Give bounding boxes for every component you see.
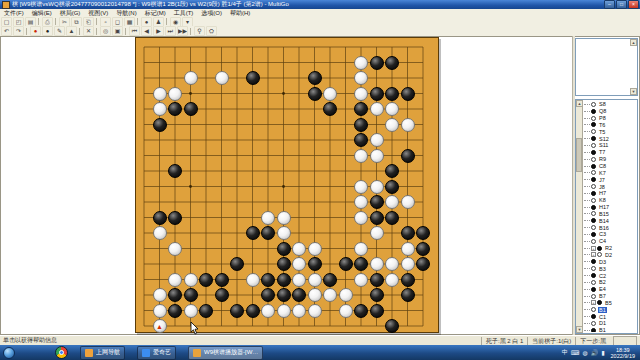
taskbar-button-label: W9棋谱播放器-[W…	[204, 348, 258, 357]
scroll-up-icon[interactable]: ▲	[630, 39, 637, 46]
black-stone-H17[interactable]	[246, 71, 260, 85]
status-bar: 单击以获得帮助信息 死子:黑 2 白 1当前棋子:1(白)下一步:黑	[0, 335, 640, 345]
menu-item[interactable]: 棋局(G)	[56, 9, 85, 17]
black-stone-E2[interactable]	[199, 304, 213, 318]
expander-icon[interactable]: +	[591, 252, 596, 257]
zoom-button[interactable]: ◉	[170, 17, 181, 27]
black-stone-D15[interactable]	[184, 102, 198, 116]
tray-icon[interactable]: ◍	[582, 349, 587, 356]
tree-connector	[584, 316, 590, 317]
move-node[interactable]: H7	[584, 190, 636, 197]
move-node[interactable]: T5	[584, 128, 636, 135]
move-label: P8	[598, 115, 607, 121]
white-stone-L6[interactable]	[292, 242, 306, 256]
move-node[interactable]: J8	[584, 183, 636, 190]
move-label: K7	[598, 170, 607, 176]
black-stone-P15[interactable]	[354, 102, 368, 116]
white-stone-L2[interactable]	[292, 304, 306, 318]
black-stone-icon	[591, 287, 596, 292]
white-stone-L5[interactable]	[292, 257, 306, 271]
red-dot-button[interactable]: ●	[30, 26, 41, 36]
move-label: D1	[598, 320, 607, 326]
pencil-button[interactable]: ✎	[54, 26, 65, 36]
status-segment: 下一步:黑	[575, 337, 610, 345]
black-stone-P13[interactable]	[354, 133, 368, 147]
white-stone-D17[interactable]	[184, 71, 198, 85]
tray-icon[interactable]: ▮	[601, 349, 604, 356]
white-stone-icon	[591, 225, 596, 230]
black-stone-H2[interactable]	[246, 304, 260, 318]
last-button[interactable]: ⏭	[165, 26, 176, 36]
tree-connector	[584, 138, 590, 139]
toolbar-separator	[79, 28, 80, 35]
white-stone-C6[interactable]	[168, 242, 182, 256]
black-stone-R16[interactable]	[385, 87, 399, 101]
board-13-button[interactable]: ◻	[112, 17, 123, 27]
white-stone-Q13[interactable]	[370, 133, 384, 147]
white-stone-P16[interactable]	[354, 87, 368, 101]
white-stone-O3[interactable]	[339, 288, 353, 302]
white-stone-Q10[interactable]	[370, 180, 384, 194]
black-stone-P5[interactable]	[354, 257, 368, 271]
scroll-down-icon[interactable]: ▼	[576, 326, 583, 333]
black-stone-Q2[interactable]	[370, 304, 384, 318]
go-board[interactable]: ▲	[135, 37, 439, 333]
white-stone-B7[interactable]	[153, 226, 167, 240]
black-stone-B14[interactable]	[153, 118, 167, 132]
move-node[interactable]: C4	[584, 238, 636, 245]
white-stone-M6[interactable]	[308, 242, 322, 256]
move-node[interactable]: S8	[584, 101, 636, 108]
white-stone-S9[interactable]	[401, 195, 415, 209]
white-stone-K8[interactable]	[277, 211, 291, 225]
white-stone-Q5[interactable]	[370, 257, 384, 271]
white-stone-R14[interactable]	[385, 118, 399, 132]
move-node[interactable]: B2	[584, 279, 636, 286]
black-stone-T6[interactable]	[416, 242, 430, 256]
move-label: B1	[598, 307, 607, 313]
move-node[interactable]: B7	[584, 293, 636, 300]
taskbar-button-label: 爱奇艺	[153, 348, 171, 357]
minimize-button[interactable]: –	[604, 0, 615, 9]
tree-connector	[584, 172, 590, 173]
auto-button[interactable]: ▶▶	[177, 26, 188, 36]
move-node[interactable]: K8	[584, 197, 636, 204]
move-node[interactable]: J7	[584, 176, 636, 183]
white-stone-N16[interactable]	[323, 87, 337, 101]
taskbar-button-icon	[85, 349, 93, 357]
move-label: B2	[598, 279, 607, 285]
tree-connector	[584, 179, 590, 180]
white-stone-icon	[591, 198, 596, 203]
tree-connector	[584, 166, 590, 167]
undo-button[interactable]: ↶	[1, 26, 12, 36]
expander-icon[interactable]: +	[591, 300, 596, 305]
tree-connector	[584, 104, 590, 105]
taskbar-button-label: 上网导航	[96, 348, 120, 357]
black-stone-S3[interactable]	[401, 288, 415, 302]
move-label: H7	[598, 190, 607, 196]
move-node[interactable]: +R2	[584, 245, 636, 252]
tree-connector	[584, 261, 590, 262]
black-stone-D3[interactable]	[184, 288, 198, 302]
tree-connector	[584, 131, 590, 132]
setup-button[interactable]: ♟	[153, 17, 164, 27]
circle-button[interactable]: ◎	[100, 26, 111, 36]
black-stone-icon	[591, 232, 596, 237]
menu-item[interactable]: 帮助(H)	[226, 9, 254, 17]
status-segment: 死子:黑 2 白 1	[481, 337, 527, 345]
move-node[interactable]: B1	[584, 306, 636, 313]
move-node[interactable]: C2	[584, 272, 636, 279]
black-stone-Q8[interactable]	[370, 211, 384, 225]
black-stone-C15[interactable]	[168, 102, 182, 116]
black-stone-N4[interactable]	[323, 273, 337, 287]
black-stone-C2[interactable]	[168, 304, 182, 318]
white-stone-C16[interactable]	[168, 87, 182, 101]
print-button[interactable]: ⎙	[42, 17, 53, 27]
tree-connector	[584, 207, 590, 208]
white-stone-F17[interactable]	[215, 71, 229, 85]
tree-connector	[584, 268, 590, 269]
black-stone-K6[interactable]	[277, 242, 291, 256]
menu-item[interactable]: 视图(V)	[84, 9, 112, 17]
move-node[interactable]: E4	[584, 286, 636, 293]
white-stone-icon	[591, 321, 596, 326]
black-stone-icon	[591, 109, 596, 114]
tray-icon[interactable]: 🔊	[591, 349, 599, 356]
white-stone-B2[interactable]	[153, 304, 167, 318]
black-stone-M5[interactable]	[308, 257, 322, 271]
white-stone-H4[interactable]	[246, 273, 260, 287]
taskbar-button[interactable]: W9棋谱播放器-[W…	[188, 346, 263, 360]
white-stone-icon	[591, 170, 596, 175]
white-stone-S6[interactable]	[401, 242, 415, 256]
black-stone-icon	[591, 314, 596, 319]
black-stone-M17[interactable]	[308, 71, 322, 85]
find-button[interactable]: ⚲	[194, 26, 205, 36]
black-stone-icon	[591, 191, 596, 196]
move-node[interactable]: S12	[584, 135, 636, 142]
dropdown-button[interactable]: ▾	[182, 17, 193, 27]
toolbar-separator	[96, 28, 97, 35]
black-stone-J4[interactable]	[261, 273, 275, 287]
move-node[interactable]: B16	[584, 224, 636, 231]
black-stone-R1[interactable]	[385, 319, 399, 333]
black-stone-G5[interactable]	[230, 257, 244, 271]
status-segment: 当前棋子:1(白)	[527, 337, 575, 345]
menu-item[interactable]: 文件(F)	[0, 9, 28, 17]
board-19-button[interactable]: ▦	[124, 17, 135, 27]
scroll-up-icon[interactable]: ▲	[576, 100, 583, 107]
white-stone-Q7[interactable]	[370, 226, 384, 240]
white-stone-P4[interactable]	[354, 273, 368, 287]
move-label: C4	[598, 238, 607, 244]
white-stone-M2[interactable]	[308, 304, 322, 318]
white-stone-P9[interactable]	[354, 195, 368, 209]
clock-date: 2022/9/19	[611, 353, 635, 359]
tree-connector	[584, 111, 590, 112]
move-node[interactable]: Q8	[584, 108, 636, 115]
board-9-button[interactable]: ▫	[100, 17, 111, 27]
white-stone-M3[interactable]	[308, 288, 322, 302]
black-stone-L3[interactable]	[292, 288, 306, 302]
next-button[interactable]: ▶	[153, 26, 164, 36]
black-stone-G2[interactable]	[230, 304, 244, 318]
app-icon	[2, 1, 10, 9]
tree-connector	[584, 124, 590, 125]
white-stone-icon	[591, 294, 596, 299]
taskbar-button[interactable]: 爱奇艺	[137, 346, 176, 360]
new-button[interactable]: ▢	[1, 17, 12, 27]
tray-icon[interactable]: 中	[562, 348, 568, 357]
taskbar-button[interactable]: 上网导航	[80, 346, 125, 360]
white-stone-B16[interactable]	[153, 87, 167, 101]
white-stone-P18[interactable]	[354, 56, 368, 70]
system-tray: 中⌨◍🔊▮	[562, 348, 608, 357]
black-stone-icon	[591, 218, 596, 223]
scrollbar-thumb[interactable]	[576, 138, 582, 172]
white-stone-J2[interactable]	[261, 304, 275, 318]
white-stone-P10[interactable]	[354, 180, 368, 194]
white-stone-S5[interactable]	[401, 257, 415, 271]
white-stone-B3[interactable]	[153, 288, 167, 302]
open-button[interactable]: ◰	[13, 17, 24, 27]
black-stone-T7[interactable]	[416, 226, 430, 240]
move-label: R9	[598, 156, 607, 162]
toolbar-separator	[55, 18, 56, 25]
move-label: E4	[598, 286, 607, 292]
move-label: B1	[598, 327, 607, 332]
move-list: S8Q8P8T6T5S12S11T7R9C8K7J7J8H7K8H17B15B1…	[584, 101, 636, 332]
menu-item[interactable]: 编辑(E)	[28, 9, 56, 17]
black-stone-icon	[591, 328, 596, 332]
white-stone-O2[interactable]	[339, 304, 353, 318]
redo-button[interactable]: ↷	[13, 26, 24, 36]
copy-button[interactable]: ⧉	[71, 17, 82, 27]
stone-tool-button[interactable]: ●	[141, 17, 152, 27]
tree-connector	[584, 118, 590, 119]
toolbar-separator	[96, 18, 97, 25]
white-stone-S14[interactable]	[401, 118, 415, 132]
black-stone-K5[interactable]	[277, 257, 291, 271]
move-label: C8	[598, 163, 607, 169]
black-stone-H7[interactable]	[246, 226, 260, 240]
white-stone-K2[interactable]	[277, 304, 291, 318]
move-label: J8	[598, 184, 606, 190]
tree-connector	[584, 193, 590, 194]
tree-connector	[584, 302, 590, 303]
white-stone-P8[interactable]	[354, 211, 368, 225]
move-label: D2	[604, 252, 613, 258]
white-stone-M4[interactable]	[308, 273, 322, 287]
move-label: S11	[598, 142, 609, 148]
white-stone-J8[interactable]	[261, 211, 275, 225]
move-node[interactable]: B3	[584, 265, 636, 272]
status-message: 单击以获得帮助信息	[0, 336, 481, 345]
white-stone-P6[interactable]	[354, 242, 368, 256]
move-label: B16	[598, 225, 610, 231]
tree-connector	[584, 213, 590, 214]
white-stone-icon	[591, 116, 596, 121]
black-stone-J3[interactable]	[261, 288, 275, 302]
tree-connector	[584, 254, 590, 255]
black-stone-Q18[interactable]	[370, 56, 384, 70]
black-stone-S12[interactable]	[401, 149, 415, 163]
expander-icon[interactable]: +	[591, 246, 596, 251]
mouse-cursor	[190, 321, 199, 339]
move-node[interactable]: B1	[584, 327, 636, 332]
move-node[interactable]: P8	[584, 115, 636, 122]
first-button[interactable]: ⏮	[129, 26, 140, 36]
close-button[interactable]: ×	[628, 0, 639, 9]
move-node[interactable]: H17	[584, 204, 636, 211]
menu-item[interactable]: 导航(N)	[112, 9, 140, 17]
square-button[interactable]: ▣	[112, 26, 123, 36]
black-stone-R10[interactable]	[385, 180, 399, 194]
scroll-down-icon[interactable]: ▼	[630, 88, 637, 95]
delete-button[interactable]: ✕	[83, 26, 94, 36]
tray-icon[interactable]: ⌨	[571, 349, 580, 356]
black-stone-O5[interactable]	[339, 257, 353, 271]
move-label: T7	[598, 149, 606, 155]
last-move-marker: ▲	[153, 323, 167, 330]
black-stone-icon	[591, 150, 596, 155]
menu-item[interactable]: 标记(M)	[141, 9, 170, 17]
move-list-scrollbar[interactable]: ▲ ▼	[576, 100, 583, 333]
white-stone-R5[interactable]	[385, 257, 399, 271]
move-node[interactable]: C8	[584, 163, 636, 170]
tree-connector	[584, 227, 590, 228]
white-stone-Q15[interactable]	[370, 102, 384, 116]
white-stone-R9[interactable]	[385, 195, 399, 209]
black-stone-P14[interactable]	[354, 118, 368, 132]
save-button[interactable]: ▤	[25, 17, 36, 27]
white-stone-icon	[591, 266, 596, 271]
white-stone-K7[interactable]	[277, 226, 291, 240]
black-stone-F3[interactable]	[215, 288, 229, 302]
white-stone-D4[interactable]	[184, 273, 198, 287]
settings-button[interactable]: ⛭	[206, 26, 217, 36]
white-stone-icon	[591, 280, 596, 285]
white-stone-icon	[591, 129, 596, 134]
white-stone-B15[interactable]	[153, 102, 167, 116]
move-node[interactable]: D1	[584, 320, 636, 327]
black-stone-icon	[591, 136, 596, 141]
taskbar-clock[interactable]: 18:39 2022/9/19	[608, 347, 640, 359]
move-label: B5	[604, 300, 613, 306]
black-stone-E4[interactable]	[199, 273, 213, 287]
move-node[interactable]: S11	[584, 142, 636, 149]
white-stone-icon	[597, 252, 602, 257]
move-node[interactable]: D3	[584, 258, 636, 265]
black-stone-F4[interactable]	[215, 273, 229, 287]
black-stone-button[interactable]: ●	[42, 26, 53, 36]
move-label: Q8	[598, 108, 607, 114]
paste-button[interactable]: ⎗	[83, 17, 94, 27]
move-node[interactable]: R9	[584, 156, 636, 163]
move-node[interactable]: B14	[584, 217, 636, 224]
chrome-icon[interactable]	[55, 346, 68, 359]
black-stone-S7[interactable]	[401, 226, 415, 240]
info-pane: ▲ ▼	[575, 38, 638, 96]
tree-connector	[584, 296, 590, 297]
black-stone-R8[interactable]	[385, 211, 399, 225]
black-stone-Q16[interactable]	[370, 87, 384, 101]
white-stone-L4[interactable]	[292, 273, 306, 287]
black-stone-N15[interactable]	[323, 102, 337, 116]
toolbar-separator	[125, 28, 126, 35]
black-stone-Q3[interactable]	[370, 288, 384, 302]
white-stone-icon	[591, 102, 596, 107]
black-stone-Q9[interactable]	[370, 195, 384, 209]
white-stone-Q12[interactable]	[370, 149, 384, 163]
black-stone-C11[interactable]	[168, 164, 182, 178]
black-stone-M16[interactable]	[308, 87, 322, 101]
move-node[interactable]: T6	[584, 122, 636, 129]
black-stone-C8[interactable]	[168, 211, 182, 225]
move-node[interactable]: C1	[584, 313, 636, 320]
move-node[interactable]: C3	[584, 231, 636, 238]
triangle-button[interactable]: ▲	[66, 26, 77, 36]
tree-connector	[584, 152, 590, 153]
move-node[interactable]: K7	[584, 169, 636, 176]
tree-connector	[584, 282, 590, 283]
move-label: B7	[598, 293, 607, 299]
white-stone-C4[interactable]	[168, 273, 182, 287]
black-stone-R11[interactable]	[385, 164, 399, 178]
black-stone-icon	[597, 246, 602, 251]
white-stone-N3[interactable]	[323, 288, 337, 302]
move-node[interactable]: +D2	[584, 252, 636, 259]
window-title: 棋 [W9棋谱vsWQ棋录204777090012014798 *] : W9棋…	[12, 0, 604, 9]
black-stone-C3[interactable]	[168, 288, 182, 302]
white-stone-P17[interactable]	[354, 71, 368, 85]
black-stone-P2[interactable]	[354, 304, 368, 318]
white-stone-D2[interactable]	[184, 304, 198, 318]
menu-item[interactable]: 工具(T)	[170, 9, 198, 17]
black-stone-S4[interactable]	[401, 273, 415, 287]
black-stone-icon	[591, 177, 596, 182]
black-stone-Q4[interactable]	[370, 273, 384, 287]
move-label: H17	[598, 204, 610, 210]
start-button[interactable]	[3, 347, 15, 359]
toolbar-separator	[26, 28, 27, 35]
white-stone-P12[interactable]	[354, 149, 368, 163]
black-stone-T5[interactable]	[416, 257, 430, 271]
black-stone-K4[interactable]	[277, 273, 291, 287]
cut-button[interactable]: ✂	[59, 17, 70, 27]
move-node[interactable]: +B5	[584, 299, 636, 306]
maximize-button[interactable]: □	[616, 0, 627, 9]
black-stone-J7[interactable]	[261, 226, 275, 240]
move-label: B3	[598, 266, 607, 272]
prev-button[interactable]: ◀	[141, 26, 152, 36]
black-stone-R18[interactable]	[385, 56, 399, 70]
black-stone-S16[interactable]	[401, 87, 415, 101]
black-stone-B8[interactable]	[153, 211, 167, 225]
white-stone-icon	[591, 211, 596, 216]
menu-item[interactable]: 选项(O)	[197, 9, 226, 17]
move-label: J7	[598, 177, 606, 183]
move-node[interactable]: T7	[584, 149, 636, 156]
black-stone-icon	[591, 122, 596, 127]
white-stone-R15[interactable]	[385, 102, 399, 116]
move-node[interactable]: B15	[584, 211, 636, 218]
black-stone-K3[interactable]	[277, 288, 291, 302]
white-stone-R4[interactable]	[385, 273, 399, 287]
toolbar-separator	[38, 18, 39, 25]
